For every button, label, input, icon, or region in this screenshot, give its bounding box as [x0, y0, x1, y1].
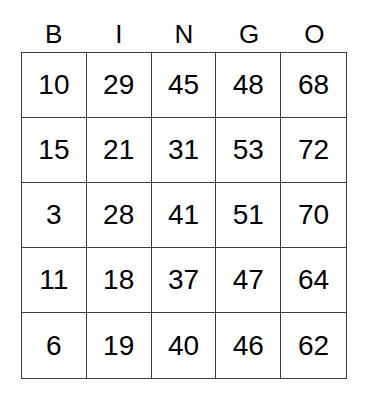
bingo-cell-r5c3[interactable]: 40: [152, 313, 217, 378]
bingo-header: B I N G O: [21, 0, 347, 52]
bingo-cell-r5c5[interactable]: 62: [281, 313, 346, 378]
bingo-grid: 1029454868152131537232841517011183747646…: [21, 52, 347, 379]
bingo-cell-r3c4[interactable]: 51: [216, 183, 281, 248]
bingo-cell-r4c3[interactable]: 37: [152, 248, 217, 313]
bingo-cell-r1c3[interactable]: 45: [152, 53, 217, 118]
bingo-cell-r2c5[interactable]: 72: [281, 118, 346, 183]
bingo-cell-r1c2[interactable]: 29: [87, 53, 152, 118]
header-letter-o: O: [282, 21, 347, 47]
header-letter-n: N: [151, 21, 216, 47]
bingo-cell-r2c3[interactable]: 31: [152, 118, 217, 183]
bingo-cell-r5c4[interactable]: 46: [216, 313, 281, 378]
bingo-cell-r5c1[interactable]: 6: [22, 313, 87, 378]
bingo-cell-r3c2[interactable]: 28: [87, 183, 152, 248]
bingo-cell-r2c2[interactable]: 21: [87, 118, 152, 183]
bingo-cell-r1c4[interactable]: 48: [216, 53, 281, 118]
bingo-cell-r4c2[interactable]: 18: [87, 248, 152, 313]
header-letter-g: G: [217, 21, 282, 47]
bingo-cell-r3c3[interactable]: 41: [152, 183, 217, 248]
bingo-cell-r1c1[interactable]: 10: [22, 53, 87, 118]
bingo-cell-r2c1[interactable]: 15: [22, 118, 87, 183]
bingo-card: B I N G O 102945486815213153723284151701…: [21, 0, 347, 379]
bingo-cell-r5c2[interactable]: 19: [87, 313, 152, 378]
bingo-cell-r2c4[interactable]: 53: [216, 118, 281, 183]
header-letter-b: B: [21, 21, 86, 47]
bingo-cell-r1c5[interactable]: 68: [281, 53, 346, 118]
header-letter-i: I: [86, 21, 151, 47]
bingo-cell-r3c5[interactable]: 70: [281, 183, 346, 248]
bingo-cell-r4c4[interactable]: 47: [216, 248, 281, 313]
bingo-cell-r3c1[interactable]: 3: [22, 183, 87, 248]
bingo-cell-r4c1[interactable]: 11: [22, 248, 87, 313]
bingo-cell-r4c5[interactable]: 64: [281, 248, 346, 313]
